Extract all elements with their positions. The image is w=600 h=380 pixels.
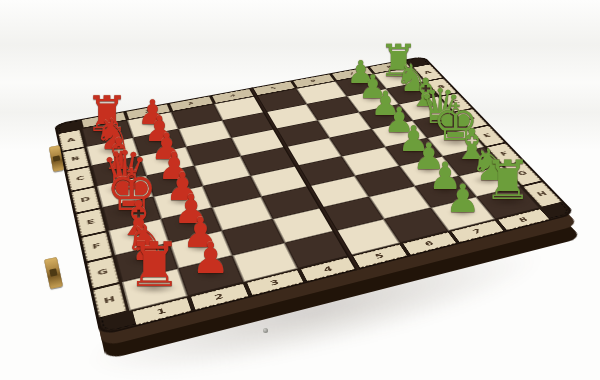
photo-stage: 12345678 12345678 ABCDEFGH ABCDEFGH ♜♞♝♛… [0, 0, 600, 380]
piece-red-pawn-h2[interactable]: ♟ [191, 238, 229, 281]
piece-red-rook-h1[interactable]: ♜ [127, 235, 182, 297]
pieces-layer: ♜♞♝♛♚♝♞♜♟♟♟♟♟♟♟♟♟♟♟♟♟♟♟♟♜♞♝♛♚♝♞♜ [0, 0, 600, 380]
piece-green-rook-h8[interactable]: ♜ [484, 155, 533, 209]
piece-green-pawn-h7[interactable]: ♟ [445, 179, 480, 218]
